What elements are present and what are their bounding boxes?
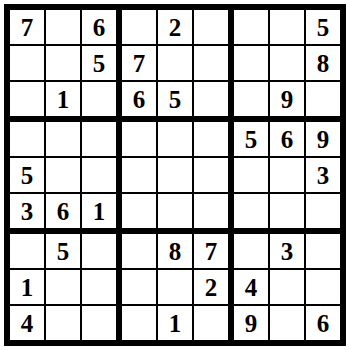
- given-cell-r6c1: 3: [10, 194, 46, 234]
- sudoku-board: 762557816595695336158731244196: [4, 4, 346, 346]
- sudoku-page: 762557816595695336158731244196: [0, 0, 350, 350]
- empty-cell-r1c7[interactable]: [234, 10, 270, 46]
- empty-cell-r6c6[interactable]: [194, 194, 234, 234]
- given-cell-r5c1: 5: [10, 158, 46, 194]
- empty-cell-r9c2[interactable]: [46, 306, 82, 340]
- empty-cell-r2c1[interactable]: [10, 46, 46, 82]
- empty-cell-r3c9[interactable]: [306, 82, 340, 122]
- given-cell-r5c9: 3: [306, 158, 340, 194]
- empty-cell-r2c2[interactable]: [46, 46, 82, 82]
- empty-cell-r1c4[interactable]: [122, 10, 158, 46]
- given-cell-r3c8: 9: [270, 82, 306, 122]
- empty-cell-r1c8[interactable]: [270, 10, 306, 46]
- empty-cell-r2c7[interactable]: [234, 46, 270, 82]
- empty-cell-r5c6[interactable]: [194, 158, 234, 194]
- given-cell-r1c3: 6: [82, 10, 122, 46]
- empty-cell-r1c6[interactable]: [194, 10, 234, 46]
- empty-cell-r5c5[interactable]: [158, 158, 194, 194]
- given-cell-r1c9: 5: [306, 10, 340, 46]
- empty-cell-r7c7[interactable]: [234, 234, 270, 270]
- empty-cell-r3c3[interactable]: [82, 82, 122, 122]
- given-cell-r7c6: 7: [194, 234, 234, 270]
- given-cell-r6c3: 1: [82, 194, 122, 234]
- empty-cell-r3c6[interactable]: [194, 82, 234, 122]
- empty-cell-r8c2[interactable]: [46, 270, 82, 306]
- given-cell-r9c7: 9: [234, 306, 270, 340]
- given-cell-r3c2: 1: [46, 82, 82, 122]
- empty-cell-r7c3[interactable]: [82, 234, 122, 270]
- empty-cell-r8c5[interactable]: [158, 270, 194, 306]
- empty-cell-r8c8[interactable]: [270, 270, 306, 306]
- given-cell-r6c2: 6: [46, 194, 82, 234]
- empty-cell-r4c3[interactable]: [82, 122, 122, 158]
- empty-cell-r6c8[interactable]: [270, 194, 306, 234]
- empty-cell-r8c9[interactable]: [306, 270, 340, 306]
- given-cell-r3c5: 5: [158, 82, 194, 122]
- empty-cell-r5c8[interactable]: [270, 158, 306, 194]
- empty-cell-r8c4[interactable]: [122, 270, 158, 306]
- given-cell-r2c3: 5: [82, 46, 122, 82]
- empty-cell-r6c5[interactable]: [158, 194, 194, 234]
- given-cell-r7c8: 3: [270, 234, 306, 270]
- given-cell-r8c7: 4: [234, 270, 270, 306]
- given-cell-r1c1: 7: [10, 10, 46, 46]
- empty-cell-r1c2[interactable]: [46, 10, 82, 46]
- given-cell-r9c9: 6: [306, 306, 340, 340]
- empty-cell-r4c4[interactable]: [122, 122, 158, 158]
- given-cell-r2c4: 7: [122, 46, 158, 82]
- empty-cell-r2c8[interactable]: [270, 46, 306, 82]
- given-cell-r7c2: 5: [46, 234, 82, 270]
- empty-cell-r7c9[interactable]: [306, 234, 340, 270]
- given-cell-r7c5: 8: [158, 234, 194, 270]
- empty-cell-r8c3[interactable]: [82, 270, 122, 306]
- given-cell-r8c1: 1: [10, 270, 46, 306]
- empty-cell-r5c7[interactable]: [234, 158, 270, 194]
- empty-cell-r4c6[interactable]: [194, 122, 234, 158]
- empty-cell-r5c3[interactable]: [82, 158, 122, 194]
- empty-cell-r9c8[interactable]: [270, 306, 306, 340]
- empty-cell-r3c1[interactable]: [10, 82, 46, 122]
- given-cell-r4c7: 5: [234, 122, 270, 158]
- empty-cell-r7c4[interactable]: [122, 234, 158, 270]
- empty-cell-r9c3[interactable]: [82, 306, 122, 340]
- empty-cell-r4c2[interactable]: [46, 122, 82, 158]
- empty-cell-r5c4[interactable]: [122, 158, 158, 194]
- empty-cell-r2c5[interactable]: [158, 46, 194, 82]
- given-cell-r4c8: 6: [270, 122, 306, 158]
- empty-cell-r9c4[interactable]: [122, 306, 158, 340]
- empty-cell-r4c1[interactable]: [10, 122, 46, 158]
- empty-cell-r3c7[interactable]: [234, 82, 270, 122]
- given-cell-r3c4: 6: [122, 82, 158, 122]
- empty-cell-r4c5[interactable]: [158, 122, 194, 158]
- given-cell-r9c5: 1: [158, 306, 194, 340]
- empty-cell-r5c2[interactable]: [46, 158, 82, 194]
- given-cell-r4c9: 9: [306, 122, 340, 158]
- given-cell-r1c5: 2: [158, 10, 194, 46]
- given-cell-r9c1: 4: [10, 306, 46, 340]
- empty-cell-r6c9[interactable]: [306, 194, 340, 234]
- empty-cell-r7c1[interactable]: [10, 234, 46, 270]
- empty-cell-r2c6[interactable]: [194, 46, 234, 82]
- empty-cell-r6c7[interactable]: [234, 194, 270, 234]
- empty-cell-r9c6[interactable]: [194, 306, 234, 340]
- given-cell-r2c9: 8: [306, 46, 340, 82]
- given-cell-r8c6: 2: [194, 270, 234, 306]
- empty-cell-r6c4[interactable]: [122, 194, 158, 234]
